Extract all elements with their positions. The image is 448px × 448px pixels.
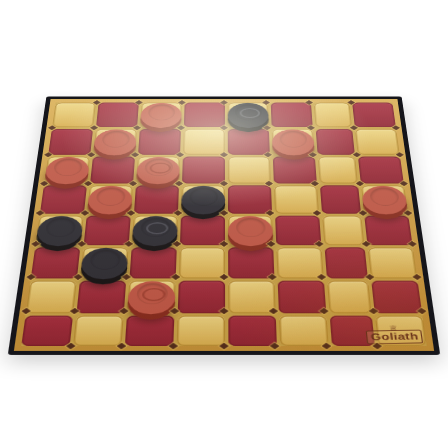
square-r2c5[interactable] [228, 129, 270, 155]
red-checker-piece[interactable]: ● [140, 100, 182, 125]
square-r3c1[interactable]: ● [44, 157, 90, 184]
square-r1c7[interactable] [314, 103, 352, 128]
square-r1c1[interactable] [52, 103, 96, 128]
square-r4c2[interactable]: ● [87, 185, 133, 213]
square-r4c6[interactable] [274, 185, 319, 213]
square-r2c7[interactable] [316, 129, 355, 155]
red-checker-piece[interactable]: ● [93, 127, 137, 153]
square-r1c4[interactable] [184, 103, 225, 128]
square-r7c2[interactable] [76, 281, 126, 314]
square-r6c4[interactable] [179, 247, 225, 278]
square-r8c4[interactable] [177, 316, 225, 346]
square-r5c7[interactable] [322, 216, 364, 246]
photo-background: ●●●●●●●●●●●●●●♕Goliath [0, 0, 448, 448]
square-r6c8[interactable] [368, 247, 418, 278]
square-r7c7[interactable] [327, 281, 371, 314]
square-r7c1[interactable] [26, 281, 77, 314]
black-checker-piece[interactable]: ● [80, 245, 128, 276]
square-r2c6[interactable]: ● [272, 129, 315, 155]
square-r6c5[interactable] [228, 247, 274, 278]
square-r7c6[interactable] [278, 281, 327, 314]
square-r2c8[interactable] [355, 129, 400, 155]
square-r4c4[interactable]: ● [181, 185, 225, 213]
square-r8c8[interactable]: ♕Goliath [375, 316, 427, 346]
square-r8c5[interactable] [228, 316, 277, 346]
square-r8c6[interactable] [279, 316, 329, 346]
red-checker-piece[interactable]: ● [361, 183, 408, 211]
black-checker-piece[interactable]: ● [36, 213, 84, 243]
red-checker-piece[interactable]: ● [87, 183, 133, 211]
board-inner: ●●●●●●●●●●●●●●♕Goliath [21, 103, 427, 347]
square-r5c3[interactable]: ● [132, 216, 178, 246]
brand-logo-text: Goliath [365, 330, 423, 344]
black-checker-piece[interactable]: ● [228, 100, 269, 125]
square-r3c3[interactable]: ● [136, 157, 180, 184]
red-checker-piece[interactable]: ● [272, 127, 315, 153]
square-r3c5[interactable] [228, 157, 271, 184]
board-grid: ●●●●●●●●●●●●●●♕Goliath [21, 103, 427, 347]
black-checker-piece[interactable]: ● [181, 183, 225, 211]
square-r5c4[interactable] [180, 216, 225, 246]
square-r6c2[interactable]: ● [80, 247, 128, 278]
square-r5c5[interactable]: ● [228, 216, 273, 246]
square-r5c1[interactable]: ● [35, 216, 83, 246]
square-r1c5[interactable]: ● [228, 103, 269, 128]
square-r5c8[interactable] [364, 216, 412, 246]
square-r2c4[interactable] [183, 129, 225, 155]
black-checker-piece[interactable]: ● [132, 213, 178, 243]
square-r8c3[interactable] [125, 316, 175, 346]
red-checker-piece[interactable]: ● [136, 154, 180, 181]
square-r6c6[interactable] [276, 247, 323, 278]
square-r1c3[interactable]: ● [140, 103, 182, 128]
checkers-board: ●●●●●●●●●●●●●●♕Goliath [8, 96, 440, 354]
square-r7c5[interactable] [228, 281, 275, 314]
square-r7c8[interactable] [371, 281, 422, 314]
square-r1c8[interactable] [352, 103, 396, 128]
square-r6c1[interactable] [31, 247, 81, 278]
square-r7c3[interactable]: ● [127, 281, 176, 314]
square-r2c2[interactable]: ● [93, 129, 137, 155]
square-r8c2[interactable] [73, 316, 124, 346]
brand-logo: ♕Goliath [365, 325, 424, 344]
square-r3c6[interactable] [273, 157, 317, 184]
red-checker-piece[interactable]: ● [127, 278, 175, 311]
square-r6c7[interactable] [325, 247, 368, 278]
square-r5c6[interactable] [275, 216, 321, 246]
red-checker-piece[interactable]: ● [228, 213, 273, 243]
square-r4c7[interactable] [320, 185, 361, 213]
red-checker-piece[interactable]: ● [45, 154, 91, 181]
square-r7c4[interactable] [178, 281, 225, 314]
square-r8c1[interactable] [21, 316, 73, 346]
square-r3c7[interactable] [318, 157, 358, 184]
square-r4c8[interactable]: ● [361, 185, 408, 213]
